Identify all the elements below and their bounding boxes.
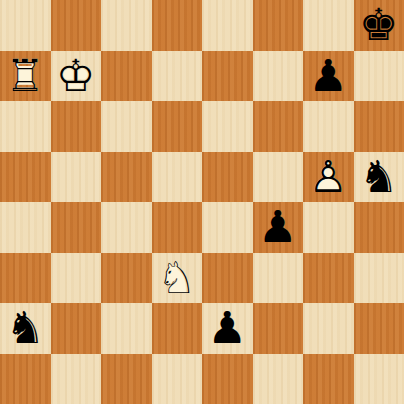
square-f6[interactable] [253, 101, 304, 152]
square-e3[interactable] [202, 253, 253, 304]
square-f3[interactable] [253, 253, 304, 304]
square-g5[interactable]: ♟♙ [303, 152, 354, 203]
square-f4[interactable]: ♟ [253, 202, 304, 253]
square-a7[interactable]: ♜♖ [0, 51, 51, 102]
square-a6[interactable] [0, 101, 51, 152]
black-pawn-piece: ♟ [202, 303, 253, 354]
square-g6[interactable] [303, 101, 354, 152]
square-g1[interactable] [303, 354, 354, 404]
square-b4[interactable] [51, 202, 102, 253]
square-b7[interactable]: ♚♔ [51, 51, 102, 102]
white-knight-fill: ♞ [152, 253, 203, 304]
square-f5[interactable] [253, 152, 304, 203]
square-d2[interactable] [152, 303, 203, 354]
black-knight-piece: ♞ [0, 303, 51, 354]
square-a8[interactable] [0, 0, 51, 51]
black-king-piece: ♚ [354, 0, 404, 51]
square-f7[interactable] [253, 51, 304, 102]
square-g8[interactable] [303, 0, 354, 51]
square-h7[interactable] [354, 51, 404, 102]
square-e4[interactable] [202, 202, 253, 253]
square-a3[interactable] [0, 253, 51, 304]
square-c1[interactable] [101, 354, 152, 404]
white-rook-piece: ♖ [0, 51, 51, 102]
square-c5[interactable] [101, 152, 152, 203]
square-h4[interactable] [354, 202, 404, 253]
square-h6[interactable] [354, 101, 404, 152]
square-f8[interactable] [253, 0, 304, 51]
square-d4[interactable] [152, 202, 203, 253]
square-d5[interactable] [152, 152, 203, 203]
square-b3[interactable] [51, 253, 102, 304]
square-g7[interactable]: ♟ [303, 51, 354, 102]
square-d7[interactable] [152, 51, 203, 102]
white-knight-piece: ♘ [152, 253, 203, 304]
square-h3[interactable] [354, 253, 404, 304]
square-a4[interactable] [0, 202, 51, 253]
square-h2[interactable] [354, 303, 404, 354]
square-c8[interactable] [101, 0, 152, 51]
square-c4[interactable] [101, 202, 152, 253]
square-e1[interactable] [202, 354, 253, 404]
square-b5[interactable] [51, 152, 102, 203]
square-a5[interactable] [0, 152, 51, 203]
white-king-piece: ♔ [51, 51, 102, 102]
square-a2[interactable]: ♞ [0, 303, 51, 354]
square-e2[interactable]: ♟ [202, 303, 253, 354]
square-e6[interactable] [202, 101, 253, 152]
square-e5[interactable] [202, 152, 253, 203]
square-h5[interactable]: ♞ [354, 152, 404, 203]
square-h8[interactable]: ♚ [354, 0, 404, 51]
square-g3[interactable] [303, 253, 354, 304]
square-b6[interactable] [51, 101, 102, 152]
square-b8[interactable] [51, 0, 102, 51]
white-pawn-fill: ♟ [303, 152, 354, 203]
square-g2[interactable] [303, 303, 354, 354]
white-rook-fill: ♜ [0, 51, 51, 102]
square-e7[interactable] [202, 51, 253, 102]
black-pawn-piece: ♟ [303, 51, 354, 102]
square-c3[interactable] [101, 253, 152, 304]
square-d6[interactable] [152, 101, 203, 152]
square-g4[interactable] [303, 202, 354, 253]
square-d3[interactable]: ♞♘ [152, 253, 203, 304]
square-e8[interactable] [202, 0, 253, 51]
white-pawn-piece: ♙ [303, 152, 354, 203]
black-knight-piece: ♞ [354, 152, 404, 203]
black-pawn-piece: ♟ [253, 202, 304, 253]
square-b1[interactable] [51, 354, 102, 404]
square-h1[interactable] [354, 354, 404, 404]
square-c6[interactable] [101, 101, 152, 152]
square-b2[interactable] [51, 303, 102, 354]
white-king-fill: ♚ [51, 51, 102, 102]
square-f2[interactable] [253, 303, 304, 354]
square-d8[interactable] [152, 0, 203, 51]
square-f1[interactable] [253, 354, 304, 404]
square-a1[interactable] [0, 354, 51, 404]
square-c2[interactable] [101, 303, 152, 354]
square-d1[interactable] [152, 354, 203, 404]
chess-board: ♚♜♖♚♔♟♟♙♞♟♞♘♞♟ [0, 0, 404, 404]
square-c7[interactable] [101, 51, 152, 102]
